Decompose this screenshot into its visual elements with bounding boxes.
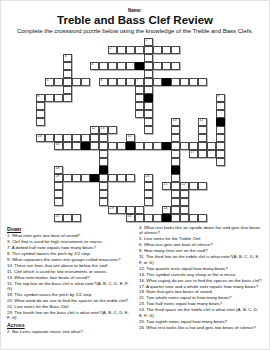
grid-cell[interactable] bbox=[99, 158, 108, 166]
grid-cell[interactable] bbox=[144, 78, 153, 86]
grid-cell[interactable] bbox=[54, 134, 63, 142]
grid-cell[interactable] bbox=[153, 78, 162, 86]
grid-cell[interactable] bbox=[117, 62, 126, 70]
grid-cell[interactable]: 18 bbox=[54, 166, 63, 174]
grid-cell[interactable] bbox=[54, 94, 63, 102]
grid-cell[interactable] bbox=[72, 214, 81, 222]
grid-cell[interactable] bbox=[180, 198, 189, 206]
grid-cell[interactable] bbox=[90, 134, 99, 142]
grid-cell[interactable]: 24 bbox=[162, 206, 171, 214]
clue-item: 3. Clef that is used for high instrument… bbox=[7, 239, 131, 244]
grid-cell[interactable]: 20 bbox=[144, 174, 153, 182]
clue-item: 8. This symbol lowers the pitch by 1/2 s… bbox=[7, 251, 131, 256]
black-cell bbox=[144, 94, 153, 102]
black-cell bbox=[162, 78, 171, 86]
black-cell bbox=[171, 166, 180, 174]
grid-cell[interactable] bbox=[72, 78, 81, 86]
grid-cell[interactable]: 16 bbox=[54, 142, 63, 150]
grid-cell[interactable] bbox=[63, 62, 72, 70]
clue-number: 24 bbox=[164, 207, 168, 211]
clue-number: 1 bbox=[146, 39, 148, 43]
grid-cell[interactable] bbox=[216, 134, 225, 142]
grid-cell[interactable] bbox=[81, 78, 90, 86]
clue-number: 9 bbox=[218, 95, 220, 99]
grid-cell[interactable] bbox=[108, 142, 117, 150]
clue-number: 19 bbox=[56, 175, 60, 179]
grid-cell[interactable] bbox=[45, 94, 54, 102]
clue-item: 23. Two half notes equal how many beats? bbox=[139, 301, 263, 306]
black-cell bbox=[135, 62, 144, 70]
grid-cell[interactable]: 19 bbox=[54, 174, 63, 182]
grid-cell[interactable] bbox=[54, 190, 63, 198]
grid-cell[interactable] bbox=[144, 190, 153, 198]
grid-cell[interactable] bbox=[135, 142, 144, 150]
grid-cell[interactable] bbox=[198, 142, 207, 150]
grid-cell[interactable] bbox=[126, 174, 135, 182]
grid-cell[interactable] bbox=[189, 182, 198, 190]
grid-cell[interactable] bbox=[108, 126, 117, 134]
grid-cell[interactable] bbox=[135, 102, 144, 110]
grid-cell[interactable] bbox=[171, 182, 180, 190]
clue-item: 21. Two whole notes equal to how many be… bbox=[139, 295, 263, 300]
clue-item: 26. What rest looks like a hat and gets … bbox=[139, 325, 263, 330]
grid-cell[interactable] bbox=[207, 142, 216, 150]
clue-number: 17 bbox=[191, 151, 195, 155]
across-clues-list-left: 2. Bar Lines separate music into what? bbox=[7, 329, 131, 334]
grid-cell[interactable] bbox=[63, 86, 72, 94]
clue-item: 7. A dotted half note equals how many be… bbox=[7, 245, 131, 250]
grid-cell[interactable]: 21 bbox=[162, 182, 171, 190]
grid-cell[interactable] bbox=[171, 158, 180, 166]
grid-cell[interactable]: 15 bbox=[126, 134, 135, 142]
across-header: Across bbox=[7, 322, 131, 328]
grid-cell[interactable] bbox=[63, 142, 72, 150]
grid-cell[interactable] bbox=[81, 134, 90, 142]
grid-cell[interactable] bbox=[171, 150, 180, 158]
grid-cell[interactable] bbox=[153, 214, 162, 222]
grid-cell[interactable] bbox=[99, 134, 108, 142]
clue-item: 14. This symbol cancels any sharp or fla… bbox=[139, 272, 263, 277]
clue-number: 13 bbox=[101, 127, 105, 131]
clue-number: 22 bbox=[182, 183, 186, 187]
grid-cell[interactable]: 11 bbox=[198, 118, 207, 126]
grid-cell[interactable] bbox=[63, 174, 72, 182]
grid-cell[interactable] bbox=[171, 214, 180, 222]
clue-number: 25 bbox=[56, 215, 60, 219]
grid-cell[interactable]: 1 bbox=[144, 38, 153, 46]
clue-item: 15. The top line on the bass clef is wha… bbox=[7, 281, 131, 292]
grid-cell[interactable] bbox=[99, 198, 108, 206]
instructions: Complete the crossword puzzle below usin… bbox=[1, 28, 269, 34]
grid-cell[interactable] bbox=[144, 70, 153, 78]
black-cell bbox=[162, 142, 171, 150]
clue-item: 20. What word do we use to find the spac… bbox=[7, 298, 131, 303]
grid-cell[interactable] bbox=[144, 54, 153, 62]
grid-cell[interactable] bbox=[198, 182, 207, 190]
grid-cell[interactable] bbox=[63, 134, 72, 142]
clues-section: Down 1. What note gets one beat of sound… bbox=[1, 222, 269, 335]
clue-item: 2. Bar Lines separate music into what? bbox=[7, 329, 131, 334]
clue-item: 4. What rest looks like an upside-down h… bbox=[139, 225, 263, 236]
grid-cell[interactable]: 4 bbox=[90, 62, 99, 70]
grid-cell[interactable] bbox=[189, 214, 198, 222]
grid-cell[interactable] bbox=[54, 198, 63, 206]
grid-cell[interactable] bbox=[180, 206, 189, 214]
grid-cell[interactable] bbox=[162, 62, 171, 70]
grid-cell[interactable] bbox=[108, 78, 117, 86]
grid-cell[interactable] bbox=[216, 142, 225, 150]
clue-item: 22. Line notes for the Bass Clef. bbox=[7, 304, 131, 309]
clue-number: 15 bbox=[128, 135, 132, 139]
grid-cell[interactable] bbox=[216, 110, 225, 118]
grid-cell[interactable] bbox=[63, 214, 72, 222]
grid-cell[interactable] bbox=[198, 134, 207, 142]
grid-cell[interactable] bbox=[180, 190, 189, 198]
grid-cell[interactable] bbox=[198, 78, 207, 86]
grid-cell[interactable] bbox=[180, 142, 189, 150]
grid-cell[interactable] bbox=[171, 198, 180, 206]
clue-item: 16. What saying do we use to find the sp… bbox=[139, 278, 263, 283]
grid-cell[interactable] bbox=[144, 182, 153, 190]
clue-item: 25. Two eighth notes equal how many beat… bbox=[139, 319, 263, 324]
clue-number: 4 bbox=[92, 63, 94, 67]
grid-cell[interactable] bbox=[63, 94, 72, 102]
clue-number: 7 bbox=[137, 79, 139, 83]
clue-number: 6 bbox=[101, 79, 103, 83]
black-cell bbox=[162, 214, 171, 222]
grid-cell[interactable] bbox=[144, 110, 153, 118]
clue-item: 6. What rest gets one beat of silence? bbox=[139, 242, 263, 247]
grid-cell[interactable] bbox=[135, 86, 144, 94]
clue-item: 13. What note makes four beats of sound? bbox=[7, 275, 131, 280]
clue-item: 5. Line notes for the Treble Clef. bbox=[139, 236, 263, 241]
clue-number: 5 bbox=[47, 79, 49, 83]
grid-cell[interactable] bbox=[99, 190, 108, 198]
grid-cell[interactable] bbox=[108, 174, 117, 182]
grid-cell[interactable] bbox=[117, 206, 126, 214]
grid-cell[interactable]: 9 bbox=[216, 94, 225, 102]
clue-number: 12 bbox=[92, 127, 96, 131]
clue-number: 14 bbox=[38, 135, 42, 139]
grid-cell[interactable] bbox=[171, 174, 180, 182]
grid-cell[interactable] bbox=[153, 46, 162, 54]
grid-cell[interactable] bbox=[135, 206, 144, 214]
across-clues-list-right: 4. What rest looks like an upside-down h… bbox=[139, 225, 263, 330]
clue-number: 10 bbox=[173, 119, 177, 123]
grid-cell[interactable] bbox=[189, 78, 198, 86]
grid-cell[interactable] bbox=[180, 214, 189, 222]
grid-cell[interactable] bbox=[171, 62, 180, 70]
grid-cell[interactable]: 3 bbox=[63, 54, 72, 62]
grid-cell[interactable]: 26 bbox=[126, 214, 135, 222]
grid-cell[interactable] bbox=[171, 142, 180, 150]
grid-cell[interactable] bbox=[144, 118, 153, 126]
grid-cell[interactable] bbox=[144, 86, 153, 94]
clues-left-column: Down 1. What note gets one beat of sound… bbox=[7, 225, 131, 335]
grid-cell[interactable] bbox=[216, 150, 225, 158]
clue-item: 9. What separates the notes into groups … bbox=[7, 257, 131, 262]
clue-item: 11. Clef which is used for low instrumen… bbox=[7, 269, 131, 274]
clue-item: 12. Two quarter rests equal how many bea… bbox=[139, 266, 263, 271]
grid-cell[interactable]: 14 bbox=[36, 134, 45, 142]
grid-cell[interactable] bbox=[63, 78, 72, 86]
grid-cell[interactable] bbox=[144, 126, 153, 134]
grid-cell[interactable] bbox=[216, 126, 225, 134]
grid-cell[interactable]: 17 bbox=[189, 150, 198, 158]
grid-cell[interactable]: 22 bbox=[180, 182, 189, 190]
grid-cell[interactable] bbox=[99, 174, 108, 182]
grid-cell[interactable] bbox=[117, 142, 126, 150]
grid-cell[interactable] bbox=[126, 78, 135, 86]
grid-cell[interactable] bbox=[216, 102, 225, 110]
grid-cell[interactable] bbox=[171, 134, 180, 142]
down-header: Down bbox=[7, 226, 131, 232]
grid-cell[interactable] bbox=[99, 62, 108, 70]
grid-cell[interactable]: 2 bbox=[108, 46, 117, 54]
grid-cell[interactable] bbox=[36, 118, 45, 126]
clue-item: 18. This symbol raises the pitch by 1/2 … bbox=[7, 292, 131, 297]
grid-cell[interactable] bbox=[144, 142, 153, 150]
black-cell bbox=[216, 118, 225, 126]
grid-cell[interactable] bbox=[171, 190, 180, 198]
black-cell bbox=[126, 142, 135, 150]
grid-cell[interactable] bbox=[126, 206, 135, 214]
clue-number: 18 bbox=[56, 167, 60, 171]
grid-cell[interactable] bbox=[153, 62, 162, 70]
clue-item: 8. How many lines are on the staff? bbox=[139, 248, 263, 253]
clue-number: 26 bbox=[128, 215, 132, 219]
clue-number: 8 bbox=[38, 95, 40, 99]
clue-item: 1. What note gets one beat of sound? bbox=[7, 233, 131, 238]
clue-number: 3 bbox=[65, 55, 67, 59]
grid-cell[interactable] bbox=[171, 78, 180, 86]
grid-cell[interactable] bbox=[207, 150, 216, 158]
black-cell bbox=[81, 142, 90, 150]
grid-cell[interactable] bbox=[162, 46, 171, 54]
clue-item: 24. The third space on the treble clef i… bbox=[139, 307, 263, 318]
clue-item: 23. The fourth line on the bass clef is … bbox=[7, 310, 131, 321]
clue-number: 23 bbox=[110, 207, 114, 211]
clue-item: 17. A quarter note and a whole note equa… bbox=[139, 284, 263, 289]
grid-cell[interactable] bbox=[135, 46, 144, 54]
crossword-grid: 1234567891011121314151617181920212223242… bbox=[36, 38, 234, 222]
grid-cell[interactable] bbox=[180, 78, 189, 86]
grid-cell[interactable] bbox=[36, 110, 45, 118]
clue-number: 11 bbox=[200, 119, 204, 123]
grid-cell[interactable] bbox=[99, 142, 108, 150]
grid-cell[interactable] bbox=[144, 46, 153, 54]
grid-cell[interactable] bbox=[144, 62, 153, 70]
name-label: Name: bbox=[1, 1, 269, 13]
grid-cell[interactable] bbox=[171, 46, 180, 54]
grid-cell[interactable] bbox=[171, 126, 180, 134]
black-cell bbox=[90, 174, 99, 182]
grid-cell[interactable]: 10 bbox=[171, 118, 180, 126]
clue-item: 11. The third line on the treble clef is… bbox=[139, 254, 263, 265]
grid-cell[interactable]: 25 bbox=[54, 214, 63, 222]
clue-number: 2 bbox=[110, 47, 112, 51]
grid-cell[interactable] bbox=[99, 150, 108, 158]
grid-cell[interactable] bbox=[72, 142, 81, 150]
page-title: Treble and Bass Clef Review bbox=[1, 14, 269, 26]
clue-number: 16 bbox=[56, 143, 60, 147]
grid-cell[interactable] bbox=[171, 206, 180, 214]
grid-cell[interactable] bbox=[153, 142, 162, 150]
grid-cell[interactable] bbox=[81, 174, 90, 182]
grid-cell[interactable]: 6 bbox=[99, 78, 108, 86]
grid-cell[interactable] bbox=[117, 174, 126, 182]
clue-item: 19. Note that gets two beats of sound. bbox=[139, 289, 263, 294]
grid-cell[interactable] bbox=[198, 150, 207, 158]
grid-cell[interactable] bbox=[36, 102, 45, 110]
grid-cell[interactable] bbox=[117, 46, 126, 54]
grid-cell[interactable] bbox=[72, 174, 81, 182]
grid-cell[interactable]: 23 bbox=[108, 206, 117, 214]
clue-number: 20 bbox=[146, 175, 150, 179]
black-cell bbox=[99, 166, 108, 174]
grid-cell[interactable] bbox=[135, 110, 144, 118]
grid-cell[interactable] bbox=[189, 142, 198, 150]
down-clues-list: 1. What note gets one beat of sound?3. C… bbox=[7, 233, 131, 321]
clue-number: 21 bbox=[164, 183, 168, 187]
grid-cell[interactable] bbox=[99, 182, 108, 190]
grid-cell[interactable] bbox=[54, 78, 63, 86]
grid-cell[interactable] bbox=[126, 62, 135, 70]
worksheet-page: { "game": "crossword", "header": { "name… bbox=[0, 0, 270, 350]
grid-cell[interactable] bbox=[72, 134, 81, 142]
grid-cell[interactable]: 12 bbox=[90, 126, 99, 134]
grid-cell[interactable]: 8 bbox=[36, 94, 45, 102]
grid-cell[interactable] bbox=[135, 94, 144, 102]
clue-item: 10. There are lines that are above or be… bbox=[7, 263, 131, 268]
grid-cell[interactable] bbox=[126, 46, 135, 54]
grid-cell[interactable] bbox=[117, 78, 126, 86]
grid-cell[interactable]: 7 bbox=[135, 78, 144, 86]
grid-cell[interactable] bbox=[216, 158, 225, 166]
grid-cell[interactable] bbox=[198, 126, 207, 134]
grid-cell[interactable] bbox=[63, 70, 72, 78]
grid-cell[interactable] bbox=[144, 102, 153, 110]
grid-cell[interactable] bbox=[45, 134, 54, 142]
grid-cell[interactable] bbox=[144, 198, 153, 206]
clues-right-column: 4. What rest looks like an upside-down h… bbox=[139, 225, 263, 335]
grid-cell[interactable] bbox=[90, 142, 99, 150]
grid-cell[interactable]: 5 bbox=[45, 78, 54, 86]
grid-cell[interactable]: 13 bbox=[99, 126, 108, 134]
grid-cell[interactable] bbox=[144, 214, 153, 222]
grid-cell[interactable] bbox=[198, 214, 207, 222]
grid-cell[interactable] bbox=[108, 62, 117, 70]
grid-cell[interactable] bbox=[54, 182, 63, 190]
grid-cell[interactable] bbox=[135, 214, 144, 222]
